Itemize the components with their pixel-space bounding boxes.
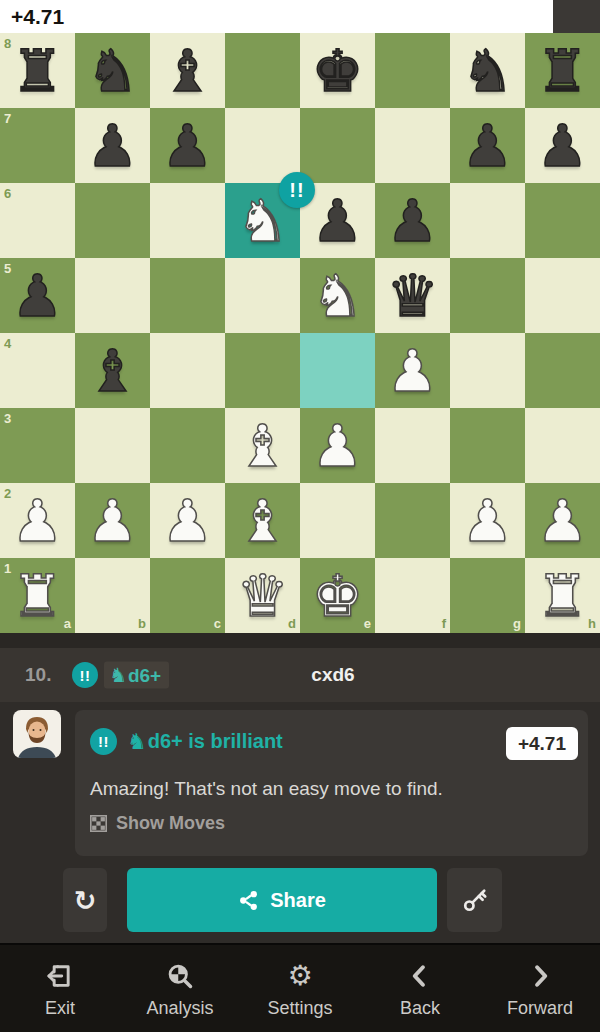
square-f3[interactable] [375,408,450,483]
square-g8[interactable]: ♞ [450,33,525,108]
square-c3[interactable] [150,408,225,483]
white-move-text: d6+ [128,665,161,684]
board-bottom-strip [0,633,600,648]
black-bishop-b4: ♝ [75,333,150,408]
file-label-h: h [588,617,596,630]
square-h3[interactable] [525,408,600,483]
square-c1[interactable]: c [150,558,225,633]
black-rook-h8: ♜ [525,33,600,108]
key-icon [462,887,488,913]
file-label-f: f [442,617,446,630]
square-d5[interactable] [225,258,300,333]
rank-label-1: 1 [4,562,11,575]
square-b7[interactable]: ♟ [75,108,150,183]
black-pawn-c7: ♟ [150,108,225,183]
square-b5[interactable] [75,258,150,333]
nav-item-settings[interactable]: ⚙ Settings [240,945,360,1032]
square-g5[interactable] [450,258,525,333]
white-pawn-c2: ♟ [150,483,225,558]
square-a2[interactable]: 2♟ [0,483,75,558]
square-e3[interactable]: ♟ [300,408,375,483]
square-b4[interactable]: ♝ [75,333,150,408]
share-button[interactable]: Share [127,868,437,932]
exit-icon [46,961,74,991]
nav-item-forward[interactable]: Forward [480,945,600,1032]
black-pawn-a5: ♟ [0,258,75,333]
nav-label-exit: Exit [45,998,75,1019]
square-c4[interactable] [150,333,225,408]
file-label-b: b [138,617,146,630]
black-pawn-h7: ♟ [525,108,600,183]
square-b3[interactable] [75,408,150,483]
nav-item-exit[interactable]: Exit [0,945,120,1032]
white-pawn-b2: ♟ [75,483,150,558]
nav-label-settings: Settings [267,998,332,1019]
white-bishop-d3: ♝ [225,408,300,483]
gear-icon: ⚙ [287,961,312,991]
analysis-card: !! ♞ d6+ is brilliant +4.71 Amazing! Tha… [75,710,588,856]
share-icon [238,890,259,911]
square-h5[interactable] [525,258,600,333]
square-a5[interactable]: 5♟ [0,258,75,333]
key-button[interactable] [447,868,502,932]
chess-analysis-screen: +4.71 8♜♞♝♚♞♜7♟♟♟♟6♞!!♟♟5♟♞♛4♝♟3♝♟2♟♟♟♝♟… [0,0,600,1032]
black-knight-b8: ♞ [75,33,150,108]
file-label-e: e [364,617,371,630]
white-bishop-d2: ♝ [225,483,300,558]
square-f1[interactable]: f [375,558,450,633]
black-move-text[interactable]: cxd6 [311,664,354,686]
square-a3[interactable]: 3 [0,408,75,483]
black-knight-g8: ♞ [450,33,525,108]
square-e5[interactable]: ♞ [300,258,375,333]
square-g1[interactable]: g [450,558,525,633]
square-e8[interactable]: ♚ [300,33,375,108]
action-buttons-row: ↻ Share [0,868,600,932]
brilliant-badge-small: !! [90,728,117,755]
bottom-navigation: Exit Analysis ⚙ Settings Ba [0,943,600,1032]
evaluation-bar: +4.71 [0,0,600,33]
share-label: Share [270,889,326,912]
coach-avatar [13,710,61,758]
square-e7[interactable] [300,108,375,183]
square-c5[interactable] [150,258,225,333]
analysis-section: !! ♞ d6+ is brilliant +4.71 Amazing! Tha… [0,702,600,945]
square-a4[interactable]: 4 [0,333,75,408]
nav-item-back[interactable]: Back [360,945,480,1032]
square-d2[interactable]: ♝ [225,483,300,558]
square-h8[interactable]: ♜ [525,33,600,108]
chevron-left-icon [406,961,434,991]
square-h2[interactable]: ♟ [525,483,600,558]
square-a6[interactable]: 6 [0,183,75,258]
square-c7[interactable]: ♟ [150,108,225,183]
show-moves-label: Show Moves [116,813,225,834]
square-f2[interactable] [375,483,450,558]
rank-label-8: 8 [4,37,11,50]
square-d1[interactable]: d♛ [225,558,300,633]
file-label-a: a [64,617,71,630]
square-e1[interactable]: e♚ [300,558,375,633]
square-b1[interactable]: b [75,558,150,633]
checkerboard-icon [90,815,107,832]
square-g4[interactable] [450,333,525,408]
square-h7[interactable]: ♟ [525,108,600,183]
chess-board: 8♜♞♝♚♞♜7♟♟♟♟6♞!!♟♟5♟♞♛4♝♟3♝♟2♟♟♟♝♟♟1a♜bc… [0,33,600,633]
evaluation-score: +4.71 [11,5,64,29]
brilliant-move-badge: !! [72,662,98,688]
square-g7[interactable]: ♟ [450,108,525,183]
knight-icon: ♞ [127,731,147,753]
rank-label-3: 3 [4,412,11,425]
black-king-e8: ♚ [300,33,375,108]
white-pawn-h2: ♟ [525,483,600,558]
white-pawn-e3: ♟ [300,408,375,483]
white-pawn-f4: ♟ [375,333,450,408]
file-label-c: c [214,617,221,630]
square-d3[interactable]: ♝ [225,408,300,483]
square-a7[interactable]: 7 [0,108,75,183]
square-d4[interactable] [225,333,300,408]
square-a1[interactable]: 1a♜ [0,558,75,633]
chevron-right-icon [526,961,554,991]
square-g3[interactable] [450,408,525,483]
nav-label-forward: Forward [507,998,573,1019]
square-f7[interactable] [375,108,450,183]
white-move-chip[interactable]: ♞ d6+ [104,662,169,689]
square-f6[interactable]: ♟ [375,183,450,258]
square-f8[interactable] [375,33,450,108]
show-moves-button[interactable]: Show Moves [90,813,225,834]
square-h1[interactable]: h♜ [525,558,600,633]
move-number: 10. [25,664,51,686]
rank-label-2: 2 [4,487,11,500]
square-d7[interactable] [225,108,300,183]
refresh-icon: ↻ [74,885,97,916]
black-rook-a8: ♜ [0,33,75,108]
black-pawn-g7: ♟ [450,108,525,183]
square-d6[interactable]: ♞!! [225,183,300,258]
knight-icon: ♞ [109,665,127,685]
white-pawn-g2: ♟ [450,483,525,558]
square-d8[interactable] [225,33,300,108]
square-b6[interactable] [75,183,150,258]
rank-label-6: 6 [4,187,11,200]
square-f4[interactable]: ♟ [375,333,450,408]
move-list-row: 10. !! ♞ d6+ cxd6 [0,648,600,702]
square-g6[interactable] [450,183,525,258]
black-pawn-b7: ♟ [75,108,150,183]
square-e2[interactable] [300,483,375,558]
square-f5[interactable]: ♛ [375,258,450,333]
square-e4[interactable] [300,333,375,408]
square-a8[interactable]: 8♜ [0,33,75,108]
black-pawn-f6: ♟ [375,183,450,258]
card-title-text: d6+ is brilliant [148,730,283,753]
eval-badge: +4.71 [506,727,578,760]
black-bishop-c8: ♝ [150,33,225,108]
rank-label-7: 7 [4,112,11,125]
square-c8[interactable]: ♝ [150,33,225,108]
square-b8[interactable]: ♞ [75,33,150,108]
black-queen-f5: ♛ [375,258,450,333]
square-b2[interactable]: ♟ [75,483,150,558]
evaluation-bar-black-segment [553,0,600,33]
analysis-icon [166,961,194,991]
nav-item-analysis[interactable]: Analysis [120,945,240,1032]
square-h4[interactable] [525,333,600,408]
nav-label-back: Back [400,998,440,1019]
square-h6[interactable] [525,183,600,258]
square-g2[interactable]: ♟ [450,483,525,558]
retry-button[interactable]: ↻ [63,868,107,932]
nav-label-analysis: Analysis [146,998,213,1019]
file-label-g: g [513,617,521,630]
coach-comment: Amazing! That's not an easy move to find… [90,778,443,800]
square-c6[interactable] [150,183,225,258]
file-label-d: d [288,617,296,630]
white-pawn-a2: ♟ [0,483,75,558]
square-c2[interactable]: ♟ [150,483,225,558]
rank-label-4: 4 [4,337,11,350]
rank-label-5: 5 [4,262,11,275]
brilliant-badge: !! [279,172,315,208]
card-title: ♞ d6+ is brilliant [127,730,283,753]
white-knight-e5: ♞ [300,258,375,333]
